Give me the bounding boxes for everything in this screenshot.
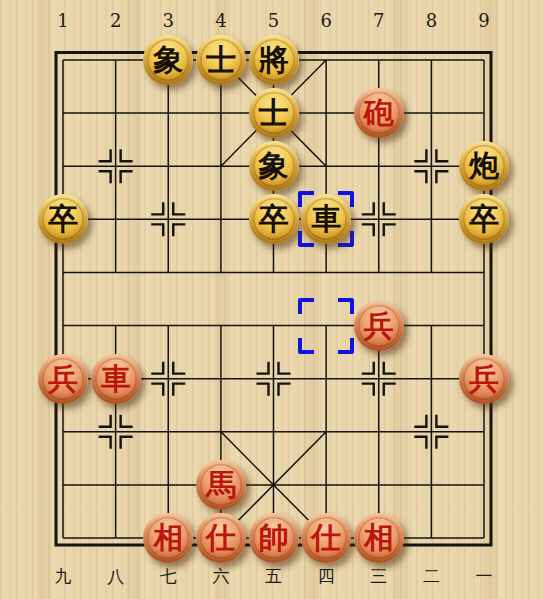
bracket-corner bbox=[338, 338, 354, 354]
rank-label: 七 bbox=[160, 565, 177, 588]
piece-red[interactable]: 砲 bbox=[354, 88, 404, 138]
piece-red[interactable]: 車 bbox=[91, 354, 141, 404]
piece-black[interactable]: 炮 bbox=[459, 141, 509, 191]
file-label: 6 bbox=[320, 10, 331, 31]
piece-red[interactable]: 馬 bbox=[196, 460, 246, 510]
piece-black[interactable]: 車 bbox=[301, 194, 351, 244]
piece-red[interactable]: 兵 bbox=[459, 354, 509, 404]
rank-label: 六 bbox=[212, 565, 229, 588]
piece-red[interactable]: 帥 bbox=[249, 513, 299, 563]
piece-black[interactable]: 將 bbox=[249, 35, 299, 85]
file-label: 9 bbox=[478, 10, 489, 31]
piece-black[interactable]: 卒 bbox=[38, 194, 88, 244]
piece-black[interactable]: 象 bbox=[249, 141, 299, 191]
file-label: 4 bbox=[215, 10, 226, 31]
piece-black[interactable]: 象 bbox=[143, 35, 193, 85]
rank-label: 四 bbox=[318, 565, 335, 588]
xiangqi-board[interactable]: 123456789 九八七六五四三二一 象士將士砲象炮卒卒車卒兵兵車兵馬相仕帥仕… bbox=[0, 0, 544, 599]
rank-label: 一 bbox=[476, 565, 493, 588]
piece-red[interactable]: 相 bbox=[354, 513, 404, 563]
piece-red[interactable]: 兵 bbox=[38, 354, 88, 404]
rank-label: 八 bbox=[107, 565, 124, 588]
last-move-from-marker bbox=[298, 298, 354, 354]
file-label: 5 bbox=[268, 10, 279, 31]
file-label: 2 bbox=[110, 10, 121, 31]
piece-black[interactable]: 士 bbox=[249, 88, 299, 138]
bracket-corner bbox=[298, 298, 314, 314]
bracket-corner bbox=[298, 338, 314, 354]
rank-label: 二 bbox=[423, 565, 440, 588]
file-label: 7 bbox=[373, 10, 384, 31]
file-label: 1 bbox=[57, 10, 68, 31]
piece-red[interactable]: 兵 bbox=[354, 301, 404, 351]
file-label: 8 bbox=[426, 10, 437, 31]
bracket-corner bbox=[338, 298, 354, 314]
rank-label: 九 bbox=[55, 565, 72, 588]
piece-red[interactable]: 相 bbox=[143, 513, 193, 563]
piece-black[interactable]: 士 bbox=[196, 35, 246, 85]
piece-black[interactable]: 卒 bbox=[459, 194, 509, 244]
piece-black[interactable]: 卒 bbox=[249, 194, 299, 244]
piece-red[interactable]: 仕 bbox=[196, 513, 246, 563]
rank-label: 五 bbox=[265, 565, 282, 588]
file-label: 3 bbox=[163, 10, 174, 31]
piece-red[interactable]: 仕 bbox=[301, 513, 351, 563]
rank-label: 三 bbox=[370, 565, 387, 588]
